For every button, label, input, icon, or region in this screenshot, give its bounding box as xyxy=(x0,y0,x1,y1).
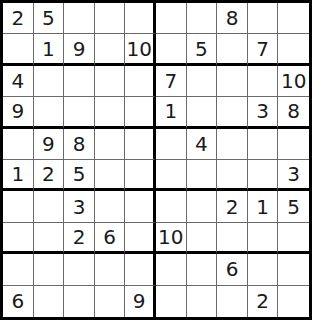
cell-r4c5[interactable] xyxy=(125,97,156,128)
cell-r4c10[interactable]: 8 xyxy=(278,97,309,128)
cell-r2c8[interactable] xyxy=(217,34,248,65)
cell-r3c4[interactable] xyxy=(95,66,126,97)
cell-r8c7[interactable] xyxy=(187,223,218,254)
cell-r6c4[interactable] xyxy=(95,160,126,191)
cell-r1c8[interactable]: 8 xyxy=(217,3,248,34)
cell-r4c9[interactable]: 3 xyxy=(248,97,279,128)
cell-r3c5[interactable] xyxy=(125,66,156,97)
cell-r8c8[interactable] xyxy=(217,223,248,254)
cell-r10c10[interactable] xyxy=(278,286,309,317)
cell-r3c6[interactable]: 7 xyxy=(156,66,187,97)
cell-r9c2[interactable] xyxy=(34,254,65,285)
cell-r7c8[interactable]: 2 xyxy=(217,191,248,222)
cell-r8c1[interactable] xyxy=(3,223,34,254)
cell-r7c2[interactable] xyxy=(34,191,65,222)
cell-r10c1[interactable]: 6 xyxy=(3,286,34,317)
cell-r10c5[interactable]: 9 xyxy=(125,286,156,317)
cell-r2c7[interactable]: 5 xyxy=(187,34,218,65)
cell-r6c6[interactable] xyxy=(156,160,187,191)
cell-r3c1[interactable]: 4 xyxy=(3,66,34,97)
cell-r5c9[interactable] xyxy=(248,129,279,160)
cell-r7c6[interactable] xyxy=(156,191,187,222)
cell-r6c8[interactable] xyxy=(217,160,248,191)
cell-r8c4[interactable]: 6 xyxy=(95,223,126,254)
cell-r3c2[interactable] xyxy=(34,66,65,97)
cell-r7c3[interactable]: 3 xyxy=(64,191,95,222)
cell-r3c10[interactable]: 10 xyxy=(278,66,309,97)
cell-r10c7[interactable] xyxy=(187,286,218,317)
cell-r8c2[interactable] xyxy=(34,223,65,254)
cell-r4c1[interactable]: 9 xyxy=(3,97,34,128)
cell-r6c10[interactable]: 3 xyxy=(278,160,309,191)
cell-r7c10[interactable]: 5 xyxy=(278,191,309,222)
cell-r2c1[interactable] xyxy=(3,34,34,65)
cell-r6c7[interactable] xyxy=(187,160,218,191)
cell-r5c7[interactable]: 4 xyxy=(187,129,218,160)
cell-r9c9[interactable] xyxy=(248,254,279,285)
cell-r5c10[interactable] xyxy=(278,129,309,160)
cell-r8c10[interactable] xyxy=(278,223,309,254)
cell-r1c9[interactable] xyxy=(248,3,279,34)
cell-r1c3[interactable] xyxy=(64,3,95,34)
cell-r5c2[interactable]: 9 xyxy=(34,129,65,160)
cell-r2c3[interactable]: 9 xyxy=(64,34,95,65)
cell-r9c7[interactable] xyxy=(187,254,218,285)
cell-r10c9[interactable]: 2 xyxy=(248,286,279,317)
cell-r8c9[interactable] xyxy=(248,223,279,254)
cell-r9c6[interactable] xyxy=(156,254,187,285)
cell-r4c3[interactable] xyxy=(64,97,95,128)
cell-r6c1[interactable]: 1 xyxy=(3,160,34,191)
cell-r7c1[interactable] xyxy=(3,191,34,222)
cell-r6c9[interactable] xyxy=(248,160,279,191)
cell-r5c4[interactable] xyxy=(95,129,126,160)
cell-r4c6[interactable]: 1 xyxy=(156,97,187,128)
cell-r2c5[interactable]: 10 xyxy=(125,34,156,65)
cell-r1c4[interactable] xyxy=(95,3,126,34)
cell-r3c3[interactable] xyxy=(64,66,95,97)
cell-r9c1[interactable] xyxy=(3,254,34,285)
cell-r10c3[interactable] xyxy=(64,286,95,317)
cell-r3c7[interactable] xyxy=(187,66,218,97)
cell-r3c8[interactable] xyxy=(217,66,248,97)
cell-r8c5[interactable] xyxy=(125,223,156,254)
cell-r2c9[interactable]: 7 xyxy=(248,34,279,65)
cell-r10c4[interactable] xyxy=(95,286,126,317)
cell-r8c6[interactable]: 10 xyxy=(156,223,187,254)
cell-r9c10[interactable] xyxy=(278,254,309,285)
cell-r3c9[interactable] xyxy=(248,66,279,97)
cell-r1c1[interactable]: 2 xyxy=(3,3,34,34)
cell-r1c2[interactable]: 5 xyxy=(34,3,65,34)
cell-r4c2[interactable] xyxy=(34,97,65,128)
cell-r9c3[interactable] xyxy=(64,254,95,285)
cell-r5c5[interactable] xyxy=(125,129,156,160)
cell-r5c6[interactable] xyxy=(156,129,187,160)
cell-r10c2[interactable] xyxy=(34,286,65,317)
cell-r1c6[interactable] xyxy=(156,3,187,34)
cell-r1c10[interactable] xyxy=(278,3,309,34)
cell-r5c8[interactable] xyxy=(217,129,248,160)
cell-r6c5[interactable] xyxy=(125,160,156,191)
cell-r7c9[interactable]: 1 xyxy=(248,191,279,222)
cell-r2c2[interactable]: 1 xyxy=(34,34,65,65)
cell-r10c8[interactable] xyxy=(217,286,248,317)
cell-r4c4[interactable] xyxy=(95,97,126,128)
cell-r2c10[interactable] xyxy=(278,34,309,65)
cell-r7c5[interactable] xyxy=(125,191,156,222)
cell-r9c5[interactable] xyxy=(125,254,156,285)
cell-r1c7[interactable] xyxy=(187,3,218,34)
cell-r5c1[interactable] xyxy=(3,129,34,160)
cell-r2c4[interactable] xyxy=(95,34,126,65)
cell-r4c8[interactable] xyxy=(217,97,248,128)
cell-r6c2[interactable]: 2 xyxy=(34,160,65,191)
cell-r7c4[interactable] xyxy=(95,191,126,222)
cell-r4c7[interactable] xyxy=(187,97,218,128)
cell-r8c3[interactable]: 2 xyxy=(64,223,95,254)
cell-r9c4[interactable] xyxy=(95,254,126,285)
cell-r10c6[interactable] xyxy=(156,286,187,317)
cell-r6c3[interactable]: 5 xyxy=(64,160,95,191)
cell-r7c7[interactable] xyxy=(187,191,218,222)
cell-r2c6[interactable] xyxy=(156,34,187,65)
cell-r9c8[interactable]: 6 xyxy=(217,254,248,285)
cell-r1c5[interactable] xyxy=(125,3,156,34)
cell-r5c3[interactable]: 8 xyxy=(64,129,95,160)
sudoku-board: 258191057471091389841253321526106692 xyxy=(0,0,312,320)
